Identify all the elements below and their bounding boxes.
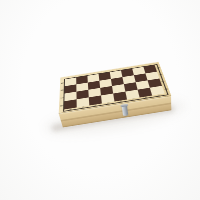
board-square (125, 90, 139, 100)
board-square (64, 99, 77, 109)
board-square (100, 86, 113, 95)
clasp-latch (122, 105, 129, 116)
rank-labels-right: 5678 (155, 64, 170, 93)
board-square (101, 94, 114, 104)
board-square (64, 92, 76, 102)
chess-board-box: 5678 5678 HGFEDCBA (59, 62, 171, 114)
rank-labels-left: 5678 (59, 79, 64, 110)
board-square (150, 86, 165, 96)
board-square (112, 84, 125, 93)
board-square (138, 88, 153, 98)
board-square (88, 88, 101, 98)
board-square (136, 80, 150, 89)
board-square (113, 92, 127, 102)
board-square (76, 90, 88, 100)
coordinate-label: 8 (58, 105, 64, 107)
coordinate-label: 5 (155, 67, 161, 69)
coordinate-label: 7 (59, 97, 65, 99)
board-square (89, 95, 102, 105)
board-square (148, 78, 162, 87)
board-square (124, 82, 138, 91)
coordinate-label: 6 (158, 73, 164, 75)
board-square (77, 97, 90, 107)
product-photo-scene: 5678 5678 HGFEDCBA (0, 0, 200, 200)
